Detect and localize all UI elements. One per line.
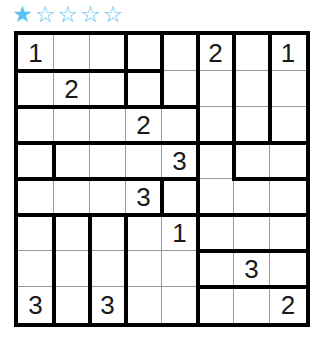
cell-r2c6[interactable] <box>198 71 234 107</box>
cell-r3c7[interactable] <box>234 107 270 143</box>
cell-r1c2[interactable] <box>54 35 90 71</box>
cell-r7c4[interactable] <box>126 251 162 287</box>
cell-r7c5[interactable] <box>162 251 198 287</box>
cell-r2c4[interactable] <box>126 71 162 107</box>
cell-r7c7[interactable]: 3 <box>234 251 270 287</box>
cell-r5c2[interactable] <box>54 179 90 215</box>
given-number: 1 <box>281 40 295 66</box>
cell-r2c7[interactable] <box>234 71 270 107</box>
cell-r2c1[interactable] <box>18 71 54 107</box>
cell-r3c1[interactable] <box>18 107 54 143</box>
cell-r4c1[interactable] <box>18 143 54 179</box>
cell-r2c8[interactable] <box>270 71 306 107</box>
cell-r3c8[interactable] <box>270 107 306 143</box>
star-empty-icon: ☆ <box>80 0 101 28</box>
cell-r4c6[interactable] <box>198 143 234 179</box>
given-number: 1 <box>28 40 42 66</box>
cell-r6c4[interactable] <box>126 215 162 251</box>
cell-r1c5[interactable] <box>162 35 198 71</box>
cell-r6c1[interactable] <box>18 215 54 251</box>
cell-r3c3[interactable] <box>90 107 126 143</box>
cell-r4c3[interactable] <box>90 143 126 179</box>
cell-r8c5[interactable] <box>162 287 198 323</box>
given-number: 3 <box>244 256 258 282</box>
cell-r6c6[interactable] <box>198 215 234 251</box>
cell-r3c5[interactable] <box>162 107 198 143</box>
cell-r1c1[interactable]: 1 <box>18 35 54 71</box>
cell-r2c2[interactable]: 2 <box>54 71 90 107</box>
cell-r3c4[interactable]: 2 <box>126 107 162 143</box>
given-number: 1 <box>172 220 186 246</box>
given-number: 3 <box>28 292 42 318</box>
cell-r6c3[interactable] <box>90 215 126 251</box>
cell-r7c2[interactable] <box>54 251 90 287</box>
cell-r8c1[interactable]: 3 <box>18 287 54 323</box>
cell-r7c8[interactable] <box>270 251 306 287</box>
cell-r6c5[interactable]: 1 <box>162 215 198 251</box>
cell-r5c6[interactable] <box>198 179 234 215</box>
cell-r8c3[interactable]: 3 <box>90 287 126 323</box>
star-empty-icon: ☆ <box>57 0 78 28</box>
cell-r4c4[interactable] <box>126 143 162 179</box>
cell-r3c2[interactable] <box>54 107 90 143</box>
cell-r5c4[interactable]: 3 <box>126 179 162 215</box>
given-number: 3 <box>100 292 114 318</box>
cell-r4c7[interactable] <box>234 143 270 179</box>
given-number: 3 <box>172 148 186 174</box>
cell-r4c5[interactable]: 3 <box>162 143 198 179</box>
given-number: 2 <box>208 40 222 66</box>
cell-r6c7[interactable] <box>234 215 270 251</box>
cell-r5c8[interactable] <box>270 179 306 215</box>
cell-r2c3[interactable] <box>90 71 126 107</box>
cell-r4c2[interactable] <box>54 143 90 179</box>
star-empty-icon: ☆ <box>35 0 56 28</box>
cell-r1c6[interactable]: 2 <box>198 35 234 71</box>
cell-r5c1[interactable] <box>18 179 54 215</box>
cell-r7c6[interactable] <box>198 251 234 287</box>
cell-r7c1[interactable] <box>18 251 54 287</box>
cell-r2c5[interactable] <box>162 71 198 107</box>
cell-r5c7[interactable] <box>234 179 270 215</box>
cell-r6c2[interactable] <box>54 215 90 251</box>
given-number: 2 <box>64 76 78 102</box>
cell-r1c4[interactable] <box>126 35 162 71</box>
star-empty-icon: ☆ <box>103 0 124 28</box>
cell-r1c3[interactable] <box>90 35 126 71</box>
cell-r8c8[interactable]: 2 <box>270 287 306 323</box>
cell-r1c8[interactable]: 1 <box>270 35 306 71</box>
cell-r5c3[interactable] <box>90 179 126 215</box>
difficulty-stars: ★☆☆☆☆ <box>12 0 123 28</box>
cell-r3c6[interactable] <box>198 107 234 143</box>
cell-r5c5[interactable] <box>162 179 198 215</box>
star-filled-icon: ★ <box>12 0 33 28</box>
cell-r7c3[interactable] <box>90 251 126 287</box>
given-number: 3 <box>136 184 150 210</box>
cell-r8c4[interactable] <box>126 287 162 323</box>
cell-r1c7[interactable] <box>234 35 270 71</box>
given-number: 2 <box>281 292 295 318</box>
cell-r8c7[interactable] <box>234 287 270 323</box>
cell-r4c8[interactable] <box>270 143 306 179</box>
cell-r8c2[interactable] <box>54 287 90 323</box>
puzzle-board: 121223313332 <box>14 31 310 327</box>
cell-r8c6[interactable] <box>198 287 234 323</box>
given-number: 2 <box>136 112 150 138</box>
cell-r6c8[interactable] <box>270 215 306 251</box>
